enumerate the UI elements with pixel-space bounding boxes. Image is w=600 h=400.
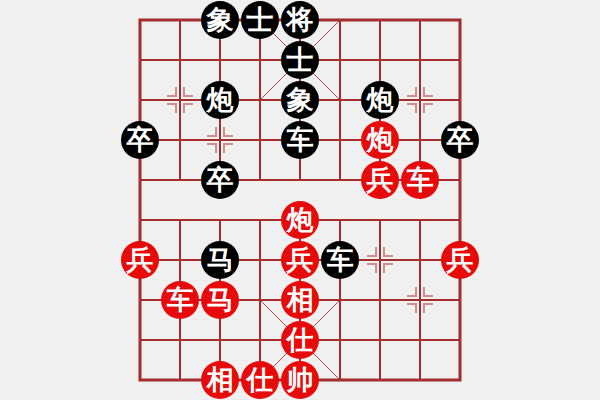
piece-black-cannon[interactable]: 炮 (201, 81, 239, 119)
piece-red-cannon[interactable]: 炮 (281, 201, 319, 239)
piece-red-general[interactable]: 帅 (281, 361, 319, 399)
piece-red-elephant[interactable]: 相 (281, 281, 319, 319)
piece-red-horse[interactable]: 马 (201, 281, 239, 319)
piece-black-chariot[interactable]: 车 (321, 241, 359, 279)
piece-red-soldier[interactable]: 兵 (441, 241, 479, 279)
piece-red-chariot[interactable]: 车 (401, 161, 439, 199)
piece-black-horse[interactable]: 马 (201, 241, 239, 279)
piece-red-advisor[interactable]: 仕 (241, 361, 279, 399)
piece-black-elephant[interactable]: 象 (201, 1, 239, 39)
board-grid: 象士将士炮象炮卒车炮卒卒兵车炮兵马兵车兵车马相仕相仕帅 (120, 0, 480, 400)
piece-black-elephant[interactable]: 象 (281, 81, 319, 119)
piece-red-soldier[interactable]: 兵 (281, 241, 319, 279)
piece-red-advisor[interactable]: 仕 (281, 321, 319, 359)
piece-red-soldier[interactable]: 兵 (121, 241, 159, 279)
piece-black-advisor[interactable]: 士 (241, 1, 279, 39)
piece-red-chariot[interactable]: 车 (161, 281, 199, 319)
piece-red-cannon[interactable]: 炮 (361, 121, 399, 159)
piece-red-soldier[interactable]: 兵 (361, 161, 399, 199)
piece-black-advisor[interactable]: 士 (281, 41, 319, 79)
piece-black-chariot[interactable]: 车 (281, 121, 319, 159)
piece-black-general[interactable]: 将 (281, 1, 319, 39)
piece-red-elephant[interactable]: 相 (201, 361, 239, 399)
xiangqi-board: 象士将士炮象炮卒车炮卒卒兵车炮兵马兵车兵车马相仕相仕帅 (0, 0, 600, 400)
piece-black-soldier[interactable]: 卒 (121, 121, 159, 159)
piece-black-cannon[interactable]: 炮 (361, 81, 399, 119)
piece-black-soldier[interactable]: 卒 (201, 161, 239, 199)
piece-black-soldier[interactable]: 卒 (441, 121, 479, 159)
